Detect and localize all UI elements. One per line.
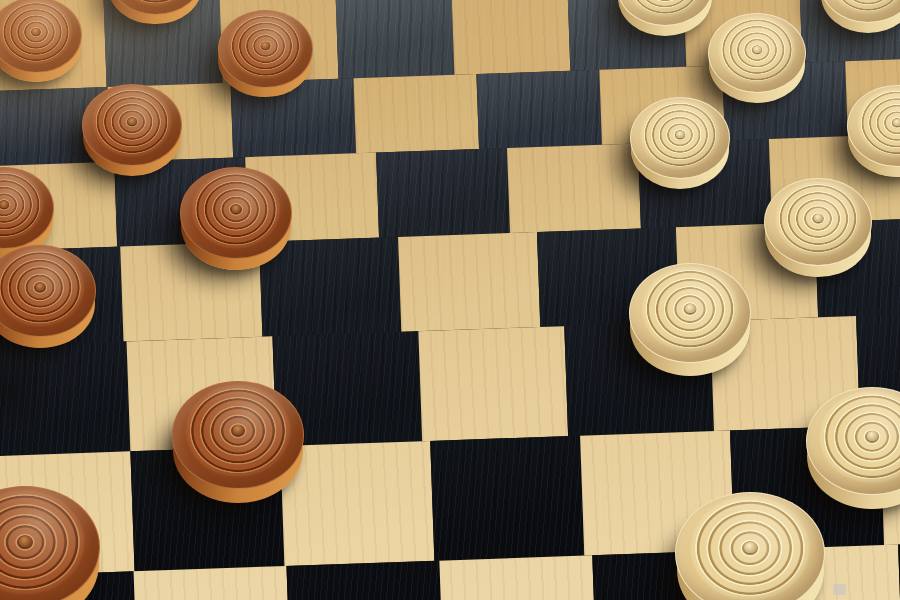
piece-cream-h1[interactable] xyxy=(820,0,900,35)
square-b7[interactable] xyxy=(134,566,293,600)
piece-face xyxy=(764,178,872,266)
piece-face xyxy=(629,263,751,362)
square-e2[interactable] xyxy=(476,70,602,149)
piece-cream-f1[interactable] xyxy=(617,0,713,38)
piece-face xyxy=(82,84,182,166)
square-d4[interactable] xyxy=(398,232,540,332)
piece-face xyxy=(675,492,825,600)
piece-face xyxy=(630,97,730,179)
piece-cream-g4[interactable] xyxy=(764,178,872,280)
square-d5[interactable] xyxy=(418,326,568,441)
piece-brown-c4[interactable] xyxy=(180,167,292,272)
piece-brown-b3[interactable] xyxy=(82,84,182,178)
square-d2[interactable] xyxy=(353,74,479,153)
piece-cream-g2[interactable] xyxy=(708,13,806,105)
piece-brown-b6[interactable] xyxy=(172,381,304,505)
piece-cream-h3[interactable] xyxy=(847,85,900,179)
piece-face xyxy=(172,381,304,488)
piece-face xyxy=(218,10,313,88)
square-d6[interactable] xyxy=(430,436,584,561)
square-a5[interactable] xyxy=(0,341,130,456)
piece-cream-f5[interactable] xyxy=(629,263,751,378)
square-d1[interactable] xyxy=(334,0,454,79)
piece-cream-f7[interactable] xyxy=(675,492,825,600)
piece-brown-a7[interactable] xyxy=(0,486,100,600)
piece-face xyxy=(180,167,292,258)
square-d3[interactable] xyxy=(376,148,510,238)
piece-brown-a5[interactable] xyxy=(0,245,96,350)
checkers-board-photo xyxy=(0,0,900,600)
square-c7[interactable] xyxy=(286,561,445,600)
piece-face xyxy=(0,486,100,600)
piece-brown-c2[interactable] xyxy=(218,10,313,99)
piece-cream-f3[interactable] xyxy=(630,97,730,191)
square-e1[interactable] xyxy=(450,0,570,75)
piece-brown-b1[interactable] xyxy=(108,0,203,26)
square-e3[interactable] xyxy=(507,143,641,233)
piece-face xyxy=(708,13,806,93)
watermark-artifact xyxy=(833,584,846,595)
piece-brown-a2[interactable] xyxy=(0,0,82,84)
square-d7[interactable] xyxy=(439,555,598,600)
